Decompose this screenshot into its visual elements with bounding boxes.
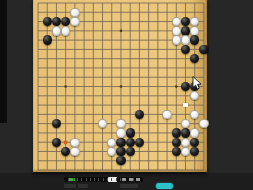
scrubber-tick bbox=[103, 178, 104, 181]
stone-white[interactable] bbox=[190, 26, 199, 35]
scrubber-tick bbox=[90, 178, 91, 181]
stone-white[interactable] bbox=[162, 110, 171, 119]
stone-black[interactable] bbox=[172, 138, 181, 147]
stone-black[interactable] bbox=[126, 138, 135, 147]
star-point bbox=[120, 30, 123, 33]
screen bbox=[0, 0, 253, 190]
stone-white[interactable] bbox=[116, 119, 125, 128]
scrubber-tick bbox=[68, 178, 69, 181]
stone-white[interactable] bbox=[199, 119, 208, 128]
stone-black[interactable] bbox=[52, 138, 61, 147]
star-point bbox=[175, 85, 178, 88]
stone-white[interactable] bbox=[70, 17, 79, 26]
left-dark-strip bbox=[0, 0, 7, 123]
stone-black[interactable] bbox=[172, 128, 181, 137]
chip-middle[interactable] bbox=[120, 184, 138, 188]
scrubber-bright-tick bbox=[122, 178, 126, 181]
stone-black[interactable] bbox=[116, 138, 125, 147]
stone-white[interactable] bbox=[190, 128, 199, 137]
stone-black[interactable] bbox=[199, 45, 208, 54]
scrubber-tick bbox=[94, 178, 95, 181]
stone-white[interactable] bbox=[116, 128, 125, 137]
stone-white[interactable] bbox=[52, 26, 61, 35]
scrubber-tick bbox=[111, 178, 112, 181]
stone-white[interactable] bbox=[61, 26, 70, 35]
scrubber-bright-tick bbox=[136, 178, 140, 181]
white-square-marker bbox=[183, 103, 188, 108]
orange-square-marker bbox=[64, 141, 67, 144]
stone-black[interactable] bbox=[135, 138, 144, 147]
scrubber-tick bbox=[120, 178, 121, 181]
chip-left-2[interactable] bbox=[78, 184, 88, 188]
stone-white[interactable] bbox=[70, 138, 79, 147]
star-point bbox=[120, 85, 123, 88]
stone-black[interactable] bbox=[43, 17, 52, 26]
scrubber-tick bbox=[77, 178, 78, 181]
stone-black[interactable] bbox=[181, 128, 190, 137]
move-scrubber[interactable] bbox=[64, 177, 143, 182]
scrubber-tick bbox=[73, 178, 74, 181]
scrubber-bright-tick bbox=[129, 178, 133, 181]
scrubber-tick bbox=[86, 178, 87, 181]
go-board[interactable] bbox=[33, 0, 207, 172]
star-point bbox=[64, 85, 67, 88]
chip-left-1[interactable] bbox=[64, 184, 76, 188]
stone-white[interactable] bbox=[181, 138, 190, 147]
stone-white[interactable] bbox=[181, 35, 190, 44]
stone-black[interactable] bbox=[181, 26, 190, 35]
scrubber-tick bbox=[98, 178, 99, 181]
stone-black[interactable] bbox=[172, 147, 181, 156]
stone-black[interactable] bbox=[116, 156, 125, 165]
stone-black[interactable] bbox=[43, 35, 52, 44]
stone-white[interactable] bbox=[70, 8, 79, 17]
primary-button[interactable] bbox=[156, 183, 173, 189]
stone-white[interactable] bbox=[70, 147, 79, 156]
stone-black[interactable] bbox=[126, 128, 135, 137]
stone-white[interactable] bbox=[172, 35, 181, 44]
stone-white[interactable] bbox=[172, 26, 181, 35]
mouse-cursor-icon bbox=[192, 76, 202, 90]
stone-black[interactable] bbox=[126, 147, 135, 156]
stone-black[interactable] bbox=[116, 147, 125, 156]
scrubber-tick bbox=[107, 178, 108, 181]
stone-black[interactable] bbox=[135, 110, 144, 119]
scrubber-tick bbox=[81, 178, 82, 181]
scrubber-tick bbox=[116, 178, 117, 181]
